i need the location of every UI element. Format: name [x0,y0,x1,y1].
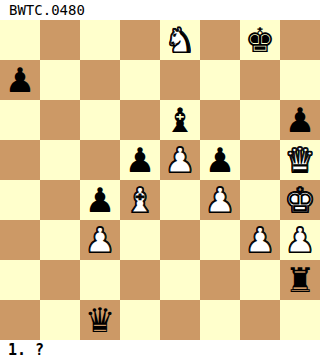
black-pawn-c4: ♟ [85,180,115,220]
black-bishop-e6: ♝ [165,100,195,140]
square-c1[interactable]: ♛ [80,300,120,340]
square-e3[interactable] [160,220,200,260]
square-h5[interactable]: ♛ [280,140,320,180]
square-c2[interactable] [80,260,120,300]
black-rook-h2: ♜ [285,260,315,300]
square-h1[interactable] [280,300,320,340]
black-pawn-f5: ♟ [205,140,235,180]
black-king-g8: ♚ [245,20,275,60]
white-pawn-h3: ♟ [285,220,315,260]
square-e7[interactable] [160,60,200,100]
square-c8[interactable] [80,20,120,60]
square-h7[interactable] [280,60,320,100]
square-e5[interactable]: ♟ [160,140,200,180]
black-pawn-d5: ♟ [125,140,155,180]
white-king-h4: ♚ [285,180,315,220]
square-b8[interactable] [40,20,80,60]
square-a2[interactable] [0,260,40,300]
white-pawn-e5: ♟ [165,140,195,180]
square-c6[interactable] [80,100,120,140]
square-e6[interactable]: ♝ [160,100,200,140]
square-f4[interactable]: ♟ [200,180,240,220]
square-b6[interactable] [40,100,80,140]
square-a6[interactable] [0,100,40,140]
square-b5[interactable] [40,140,80,180]
square-c3[interactable]: ♟ [80,220,120,260]
square-f2[interactable] [200,260,240,300]
square-f6[interactable] [200,100,240,140]
square-d2[interactable] [120,260,160,300]
square-f3[interactable] [200,220,240,260]
square-g7[interactable] [240,60,280,100]
square-a1[interactable] [0,300,40,340]
square-e1[interactable] [160,300,200,340]
square-b7[interactable] [40,60,80,100]
square-a3[interactable] [0,220,40,260]
square-f7[interactable] [200,60,240,100]
white-pawn-c3: ♟ [85,220,115,260]
white-pawn-g3: ♟ [245,220,275,260]
square-f5[interactable]: ♟ [200,140,240,180]
square-h8[interactable] [280,20,320,60]
square-f1[interactable] [200,300,240,340]
square-d3[interactable] [120,220,160,260]
white-knight-e8: ♞ [165,20,195,60]
square-d7[interactable] [120,60,160,100]
square-e2[interactable] [160,260,200,300]
square-d4[interactable]: ♝ [120,180,160,220]
white-queen-h5: ♛ [285,140,315,180]
black-queen-c1: ♛ [85,300,115,340]
square-g2[interactable] [240,260,280,300]
square-c4[interactable]: ♟ [80,180,120,220]
square-a5[interactable] [0,140,40,180]
move-prompt-label: 1. ? [8,341,44,359]
square-d1[interactable] [120,300,160,340]
move-prompt: 1. ? [0,340,320,360]
square-g6[interactable] [240,100,280,140]
square-d8[interactable] [120,20,160,60]
square-h2[interactable]: ♜ [280,260,320,300]
square-h3[interactable]: ♟ [280,220,320,260]
square-b2[interactable] [40,260,80,300]
square-h4[interactable]: ♚ [280,180,320,220]
square-d5[interactable]: ♟ [120,140,160,180]
square-c5[interactable] [80,140,120,180]
square-a7[interactable]: ♟ [0,60,40,100]
black-pawn-a7: ♟ [5,60,35,100]
square-g4[interactable] [240,180,280,220]
square-b3[interactable] [40,220,80,260]
square-h6[interactable]: ♟ [280,100,320,140]
square-a4[interactable] [0,180,40,220]
square-g8[interactable]: ♚ [240,20,280,60]
square-d6[interactable] [120,100,160,140]
square-e4[interactable] [160,180,200,220]
square-b4[interactable] [40,180,80,220]
square-g1[interactable] [240,300,280,340]
chess-board: ♞♚♟♝♟♟♟♟♛♟♝♟♚♟♟♟♜♛ [0,20,320,340]
square-g3[interactable]: ♟ [240,220,280,260]
puzzle-title: BWTC.0480 [0,0,320,20]
black-pawn-h6: ♟ [285,100,315,140]
square-c7[interactable] [80,60,120,100]
square-a8[interactable] [0,20,40,60]
square-g5[interactable] [240,140,280,180]
square-b1[interactable] [40,300,80,340]
square-e8[interactable]: ♞ [160,20,200,60]
white-bishop-d4: ♝ [125,180,155,220]
square-f8[interactable] [200,20,240,60]
puzzle-id-label: BWTC.0480 [9,2,85,18]
white-pawn-f4: ♟ [205,180,235,220]
